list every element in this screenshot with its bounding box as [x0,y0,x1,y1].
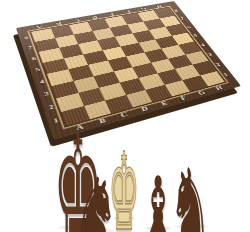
piece-dark-bishop: ♝ [139,165,178,232]
piece-dark-knight-right: ♞ [73,168,119,232]
chess-set-product-photo: ABCDEFGH ABCDEFGH 87654321 87654321 ♚ ♞ … [0,0,250,232]
